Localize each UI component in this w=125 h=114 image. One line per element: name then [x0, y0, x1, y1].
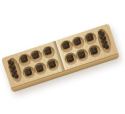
seed-stone: [64, 43, 70, 49]
seed-stone: [13, 73, 19, 79]
seed-stone: [50, 62, 56, 68]
seed-stone: [38, 66, 44, 72]
seed-stone: [92, 49, 98, 55]
seed-stone: [88, 36, 94, 42]
pit-top-6[interactable]: [83, 31, 98, 46]
board-top-face: [1, 23, 118, 87]
pit-bottom-3[interactable]: [45, 57, 60, 72]
pit-top-3[interactable]: [41, 45, 56, 60]
seed-stone: [69, 56, 75, 62]
seed-stone: [23, 57, 29, 63]
seed-stone: [104, 44, 110, 50]
pit-bottom-6[interactable]: [87, 44, 102, 59]
mancala-board-photo: [0, 0, 125, 114]
mancala-board: [1, 23, 120, 92]
seed-stone: [80, 52, 86, 58]
seed-stone: [46, 49, 52, 55]
seed-stone: [27, 70, 33, 76]
